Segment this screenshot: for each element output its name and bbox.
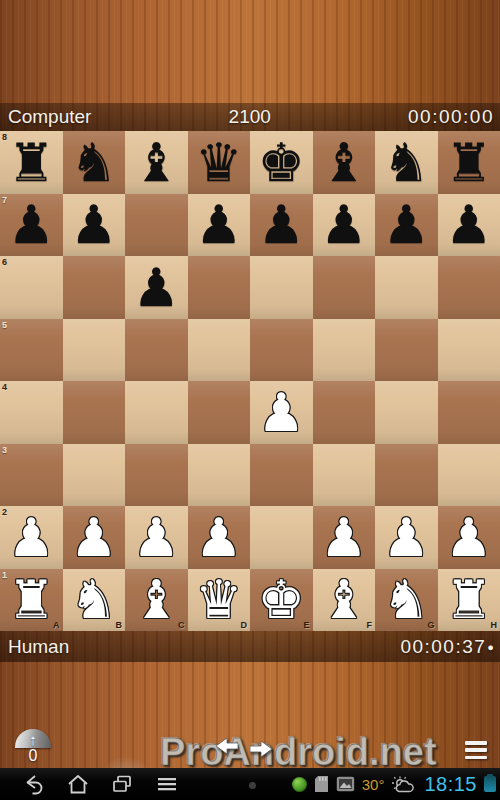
square-b5[interactable] xyxy=(63,319,126,382)
square-d8[interactable]: ♛ xyxy=(188,131,251,194)
white-pawn[interactable]: ♟ xyxy=(195,511,243,564)
square-f3[interactable] xyxy=(313,444,376,507)
rank-label-3: 3 xyxy=(2,445,7,455)
square-g5[interactable] xyxy=(375,319,438,382)
status-dot-icon xyxy=(249,782,256,789)
square-g3[interactable] xyxy=(375,444,438,507)
square-h8[interactable]: ♜ xyxy=(438,131,500,194)
file-label-c: C xyxy=(178,620,185,630)
square-b3[interactable] xyxy=(63,444,126,507)
black-knight[interactable]: ♞ xyxy=(382,136,430,189)
move-counter: 0 xyxy=(15,747,51,765)
white-knight[interactable]: ♞ xyxy=(70,573,118,626)
square-f8[interactable]: ♝ xyxy=(313,131,376,194)
square-b1[interactable]: B♞ xyxy=(63,569,126,632)
file-label-e: E xyxy=(303,620,309,630)
square-f5[interactable] xyxy=(313,319,376,382)
square-a6[interactable]: 6 xyxy=(0,256,63,319)
square-e2[interactable] xyxy=(250,506,313,569)
black-pawn[interactable]: ♟ xyxy=(195,198,243,251)
engine-rating: 2100 xyxy=(91,106,408,128)
square-g4[interactable] xyxy=(375,381,438,444)
square-f7[interactable]: ♟ xyxy=(313,194,376,257)
square-a2[interactable]: 2♟ xyxy=(0,506,63,569)
square-f4[interactable] xyxy=(313,381,376,444)
square-g6[interactable] xyxy=(375,256,438,319)
previous-move-button[interactable] xyxy=(214,736,238,756)
square-e5[interactable] xyxy=(250,319,313,382)
square-e3[interactable] xyxy=(250,444,313,507)
chess-board[interactable]: 8♜♞♝♛♚♝♞♜7♟♟♟♟♟♟♟6♟54♟32♟♟♟♟♟♟♟1A♜B♞C♝D♛… xyxy=(0,131,500,631)
square-b2[interactable]: ♟ xyxy=(63,506,126,569)
file-label-g: G xyxy=(427,620,434,630)
black-pawn[interactable]: ♟ xyxy=(70,198,118,251)
black-pawn[interactable]: ♟ xyxy=(7,198,55,251)
black-bishop[interactable]: ♝ xyxy=(320,136,368,189)
gallery-notification-icon xyxy=(336,776,355,792)
black-rook[interactable]: ♜ xyxy=(7,136,55,189)
gauge-up-arrow-icon: ↑ xyxy=(29,731,37,748)
square-g7[interactable]: ♟ xyxy=(375,194,438,257)
black-queen[interactable]: ♛ xyxy=(195,136,243,189)
rank-label-6: 6 xyxy=(2,257,7,267)
square-a3[interactable]: 3 xyxy=(0,444,63,507)
quick-menu-key-icon[interactable] xyxy=(155,773,179,795)
square-g2[interactable]: ♟ xyxy=(375,506,438,569)
square-e4[interactable]: ♟ xyxy=(250,381,313,444)
square-c4[interactable] xyxy=(125,381,188,444)
square-a4[interactable]: 4 xyxy=(0,381,63,444)
top-player-bar: Computer 2100 00:00:00 xyxy=(0,103,500,131)
square-a1[interactable]: 1A♜ xyxy=(0,569,63,632)
top-player-clock: 00:00:00 xyxy=(408,106,500,128)
white-queen[interactable]: ♛ xyxy=(195,573,243,626)
square-e7[interactable]: ♟ xyxy=(250,194,313,257)
square-g1[interactable]: G♞ xyxy=(375,569,438,632)
square-a7[interactable]: 7♟ xyxy=(0,194,63,257)
square-h6[interactable] xyxy=(438,256,500,319)
bottom-player-name: Human xyxy=(0,636,69,658)
bottom-player-bar: Human 00:00:37 ● xyxy=(0,631,500,662)
square-d3[interactable] xyxy=(188,444,251,507)
square-d6[interactable] xyxy=(188,256,251,319)
weather-sun-cloud-icon xyxy=(391,776,417,793)
white-pawn[interactable]: ♟ xyxy=(132,511,180,564)
white-pawn[interactable]: ♟ xyxy=(320,511,368,564)
square-a5[interactable]: 5 xyxy=(0,319,63,382)
square-h4[interactable] xyxy=(438,381,500,444)
white-pawn[interactable]: ♟ xyxy=(257,386,305,439)
white-rook[interactable]: ♜ xyxy=(445,573,493,626)
file-label-f: F xyxy=(367,620,373,630)
black-king[interactable]: ♚ xyxy=(257,136,305,189)
white-bishop[interactable]: ♝ xyxy=(132,573,180,626)
eval-gauge: ↑ xyxy=(15,729,51,748)
black-bishop[interactable]: ♝ xyxy=(132,136,180,189)
square-e6[interactable] xyxy=(250,256,313,319)
home-key-icon[interactable] xyxy=(66,773,90,795)
top-player-name: Computer xyxy=(0,106,91,128)
square-h5[interactable] xyxy=(438,319,500,382)
file-label-a: A xyxy=(53,620,60,630)
clock-running-indicator: ● xyxy=(487,641,494,653)
square-h7[interactable]: ♟ xyxy=(438,194,500,257)
temperature-text: 30° xyxy=(362,776,385,793)
system-clock-text: 18:15 xyxy=(424,773,477,796)
square-f6[interactable] xyxy=(313,256,376,319)
rank-label-2: 2 xyxy=(2,507,7,517)
white-pawn[interactable]: ♟ xyxy=(7,511,55,564)
black-knight[interactable]: ♞ xyxy=(70,136,118,189)
black-pawn[interactable]: ♟ xyxy=(445,198,493,251)
black-pawn[interactable]: ♟ xyxy=(320,198,368,251)
square-e8[interactable]: ♚ xyxy=(250,131,313,194)
white-bishop[interactable]: ♝ xyxy=(320,573,368,626)
file-label-d: D xyxy=(241,620,248,630)
square-d1[interactable]: D♛ xyxy=(188,569,251,632)
white-pawn[interactable]: ♟ xyxy=(445,511,493,564)
square-c6[interactable]: ♟ xyxy=(125,256,188,319)
square-b8[interactable]: ♞ xyxy=(63,131,126,194)
rank-label-8: 8 xyxy=(2,132,7,142)
square-d4[interactable] xyxy=(188,381,251,444)
sd-card-icon xyxy=(314,775,329,793)
battery-icon xyxy=(484,776,496,792)
square-g8[interactable]: ♞ xyxy=(375,131,438,194)
black-rook[interactable]: ♜ xyxy=(445,136,493,189)
square-c2[interactable]: ♟ xyxy=(125,506,188,569)
green-app-notification-icon xyxy=(292,777,307,792)
white-king[interactable]: ♚ xyxy=(257,573,305,626)
rank-label-4: 4 xyxy=(2,382,7,392)
square-h3[interactable] xyxy=(438,444,500,507)
white-pawn[interactable]: ♟ xyxy=(382,511,430,564)
square-d2[interactable]: ♟ xyxy=(188,506,251,569)
square-h2[interactable]: ♟ xyxy=(438,506,500,569)
square-h1[interactable]: H♜ xyxy=(438,569,500,632)
white-rook[interactable]: ♜ xyxy=(7,573,55,626)
menu-icon xyxy=(465,741,487,745)
black-pawn[interactable]: ♟ xyxy=(257,198,305,251)
rank-label-5: 5 xyxy=(2,320,7,330)
back-key-icon[interactable] xyxy=(21,773,45,795)
square-c7[interactable] xyxy=(125,194,188,257)
square-b7[interactable]: ♟ xyxy=(63,194,126,257)
square-f2[interactable]: ♟ xyxy=(313,506,376,569)
square-c3[interactable] xyxy=(125,444,188,507)
file-label-b: B xyxy=(116,620,123,630)
black-pawn[interactable]: ♟ xyxy=(382,198,430,251)
square-d5[interactable] xyxy=(188,319,251,382)
black-pawn[interactable]: ♟ xyxy=(132,261,180,314)
rank-label-7: 7 xyxy=(2,195,7,205)
square-c8[interactable]: ♝ xyxy=(125,131,188,194)
square-b4[interactable] xyxy=(63,381,126,444)
square-f1[interactable]: F♝ xyxy=(313,569,376,632)
menu-button[interactable] xyxy=(465,741,487,759)
square-c5[interactable] xyxy=(125,319,188,382)
white-pawn[interactable]: ♟ xyxy=(70,511,118,564)
next-move-button[interactable] xyxy=(250,739,274,759)
bottom-player-clock: 00:00:37 ● xyxy=(400,636,500,658)
recents-key-icon[interactable] xyxy=(110,773,134,795)
square-b6[interactable] xyxy=(63,256,126,319)
square-c1[interactable]: C♝ xyxy=(125,569,188,632)
white-knight[interactable]: ♞ xyxy=(382,573,430,626)
file-label-h: H xyxy=(491,620,498,630)
square-d7[interactable]: ♟ xyxy=(188,194,251,257)
square-e1[interactable]: E♚ xyxy=(250,569,313,632)
square-a8[interactable]: 8♜ xyxy=(0,131,63,194)
rank-label-1: 1 xyxy=(2,570,7,580)
